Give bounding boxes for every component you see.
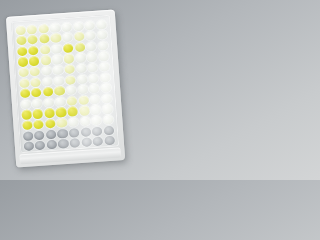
well-r5c4 [53, 65, 64, 75]
well-r6c5 [65, 75, 76, 85]
well-r9c2 [33, 109, 44, 119]
well-r1c5 [61, 22, 72, 32]
well-r2c1 [16, 36, 27, 46]
well-r2c2 [28, 35, 39, 45]
well-r2c3 [39, 34, 50, 44]
well-r11c1 [23, 131, 34, 141]
well-r7c3 [43, 87, 54, 97]
well-r8c4 [55, 97, 66, 107]
microplate-tray [6, 9, 125, 167]
well-r9c1 [21, 110, 32, 120]
well-r10c3 [45, 119, 56, 129]
well-r10c2 [33, 120, 44, 130]
well-r12c2 [35, 141, 46, 151]
well-r11c2 [34, 130, 45, 140]
well-r6c3 [42, 77, 53, 87]
well-r12c6 [81, 138, 92, 148]
well-r2c7 [85, 31, 96, 41]
well-r8c7 [90, 94, 101, 104]
well-r12c4 [58, 139, 69, 149]
well-r10c8 [103, 115, 114, 125]
well-r7c4 [54, 86, 65, 96]
well-r8c8 [101, 94, 112, 104]
well-r6c4 [54, 76, 65, 86]
well-r2c6 [74, 32, 85, 42]
well-r5c8 [99, 62, 110, 72]
well-r10c1 [22, 120, 33, 130]
well-r6c1 [19, 78, 30, 88]
well-r1c4 [50, 23, 61, 33]
well-r4c2 [29, 56, 40, 66]
well-r4c4 [52, 55, 63, 65]
well-r11c8 [104, 125, 115, 135]
well-r11c3 [46, 129, 57, 139]
well-r6c2 [30, 77, 41, 87]
well-r11c5 [69, 128, 80, 138]
well-r8c6 [78, 95, 89, 105]
well-r8c2 [32, 99, 43, 109]
well-r7c8 [101, 83, 112, 93]
well-r12c5 [70, 138, 81, 148]
well-r3c1 [17, 46, 28, 56]
well-r1c6 [73, 21, 84, 31]
well-r9c6 [79, 106, 90, 116]
well-r8c1 [20, 99, 31, 109]
well-r9c4 [56, 107, 67, 117]
well-r7c7 [89, 84, 100, 94]
well-r8c5 [67, 96, 78, 106]
well-r1c3 [38, 24, 49, 34]
well-r4c1 [17, 57, 28, 67]
well-r4c3 [41, 55, 52, 65]
well-r10c4 [57, 118, 68, 128]
well-r5c1 [18, 68, 29, 78]
well-r1c1 [15, 25, 26, 35]
well-r7c1 [20, 89, 31, 99]
well-r9c7 [91, 105, 102, 115]
well-r5c6 [76, 64, 87, 74]
well-grid [14, 19, 115, 152]
well-r3c6 [75, 42, 86, 52]
well-r4c7 [87, 52, 98, 62]
well-r4c6 [75, 53, 86, 63]
well-r11c7 [92, 126, 103, 136]
well-r11c6 [80, 127, 91, 137]
well-r2c5 [62, 33, 73, 43]
well-r10c5 [68, 117, 79, 127]
well-r4c8 [98, 51, 109, 61]
well-r10c6 [80, 116, 91, 126]
well-r3c2 [28, 46, 39, 56]
well-r3c8 [98, 41, 109, 51]
well-r1c8 [96, 20, 107, 30]
well-r7c2 [31, 88, 42, 98]
well-r7c6 [77, 85, 88, 95]
photo-scene [0, 0, 135, 180]
well-r7c5 [66, 86, 77, 96]
well-r1c7 [85, 20, 96, 30]
well-r2c8 [97, 30, 108, 40]
well-r12c1 [23, 142, 34, 152]
well-r5c7 [88, 63, 99, 73]
well-r5c5 [64, 64, 75, 74]
microplate [11, 15, 119, 154]
well-r9c3 [44, 108, 55, 118]
well-r6c6 [77, 74, 88, 84]
well-r5c2 [30, 67, 41, 77]
well-r9c8 [102, 104, 113, 114]
well-r3c3 [40, 45, 51, 55]
well-r6c7 [88, 73, 99, 83]
well-r12c7 [93, 137, 104, 147]
well-r2c4 [51, 33, 62, 43]
well-r5c3 [41, 66, 52, 76]
well-r8c3 [44, 98, 55, 108]
well-r3c5 [63, 43, 74, 53]
well-r3c4 [51, 44, 62, 54]
well-r10c7 [91, 116, 102, 126]
well-r12c3 [46, 140, 57, 150]
well-r4c5 [64, 54, 75, 64]
well-r11c4 [57, 129, 68, 139]
well-r1c2 [27, 25, 38, 35]
well-r3c7 [86, 42, 97, 52]
well-r12c8 [104, 136, 115, 146]
well-r9c5 [67, 107, 78, 117]
well-r6c8 [100, 73, 111, 83]
